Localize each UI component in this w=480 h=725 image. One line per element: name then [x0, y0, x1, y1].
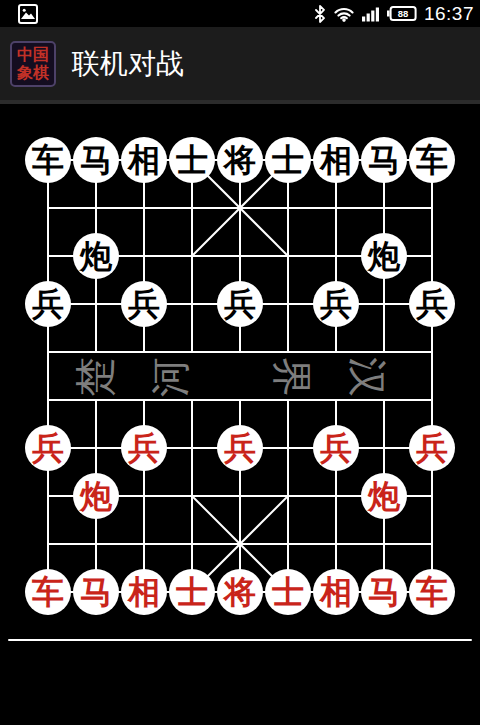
red-piece-r[interactable]: 车: [25, 569, 71, 615]
status-bar: 88 16:37: [0, 0, 480, 27]
board-point[interactable]: [120, 184, 168, 232]
board-point[interactable]: [168, 376, 216, 424]
piece-grid: 车马相士将士相马车炮炮兵兵兵兵兵兵兵兵兵兵炮炮车马相士将士相马车: [24, 136, 456, 616]
board-point[interactable]: 车: [24, 568, 72, 616]
board-point[interactable]: 兵: [408, 280, 456, 328]
app-icon-text-bottom: 象棋: [17, 64, 49, 82]
board-point[interactable]: [120, 232, 168, 280]
black-piece-p[interactable]: 兵: [313, 281, 359, 327]
board-point[interactable]: [264, 376, 312, 424]
page-title: 联机对战: [72, 45, 184, 83]
signal-icon: [362, 5, 380, 22]
red-piece-p[interactable]: 兵: [25, 425, 71, 471]
board-point[interactable]: [360, 424, 408, 472]
board-point[interactable]: 车: [408, 136, 456, 184]
black-piece-p[interactable]: 兵: [121, 281, 167, 327]
board-point[interactable]: [360, 376, 408, 424]
board-point[interactable]: [264, 520, 312, 568]
red-piece-k[interactable]: 将: [217, 569, 263, 615]
board-point[interactable]: [216, 184, 264, 232]
gallery-notification-icon: [18, 4, 38, 24]
board-point[interactable]: 相: [120, 568, 168, 616]
black-piece-c[interactable]: 炮: [73, 233, 119, 279]
red-piece-p[interactable]: 兵: [313, 425, 359, 471]
board-point[interactable]: 兵: [24, 424, 72, 472]
board-point[interactable]: 车: [24, 136, 72, 184]
board-point[interactable]: 兵: [312, 280, 360, 328]
board-point[interactable]: [72, 520, 120, 568]
red-piece-p[interactable]: 兵: [217, 425, 263, 471]
board-point[interactable]: 炮: [72, 472, 120, 520]
app-icon-text-top: 中国: [17, 46, 49, 64]
black-piece-r[interactable]: 车: [25, 137, 71, 183]
board-point[interactable]: [408, 376, 456, 424]
board-point[interactable]: [216, 232, 264, 280]
board-point[interactable]: [408, 232, 456, 280]
red-piece-r[interactable]: 车: [409, 569, 455, 615]
board-point[interactable]: [168, 280, 216, 328]
board-point[interactable]: [120, 520, 168, 568]
red-piece-n[interactable]: 马: [73, 569, 119, 615]
board-point[interactable]: 炮: [72, 232, 120, 280]
black-piece-r[interactable]: 车: [409, 137, 455, 183]
board-point[interactable]: [168, 232, 216, 280]
board-point[interactable]: [264, 280, 312, 328]
board-point[interactable]: [120, 472, 168, 520]
clock: 16:37: [424, 3, 474, 25]
black-piece-a[interactable]: 士: [169, 137, 215, 183]
board-point[interactable]: 炮: [360, 472, 408, 520]
board-point[interactable]: [72, 184, 120, 232]
board-point[interactable]: [312, 472, 360, 520]
red-piece-a[interactable]: 士: [265, 569, 311, 615]
battery-icon: 88: [387, 5, 417, 22]
board-point[interactable]: [216, 520, 264, 568]
board-point[interactable]: [360, 520, 408, 568]
board-point[interactable]: [264, 184, 312, 232]
board-point[interactable]: [312, 376, 360, 424]
board-point[interactable]: 兵: [312, 424, 360, 472]
board-point[interactable]: [408, 184, 456, 232]
board-point[interactable]: 马: [360, 136, 408, 184]
black-piece-p[interactable]: 兵: [217, 281, 263, 327]
board-point[interactable]: [312, 232, 360, 280]
board-point[interactable]: [312, 520, 360, 568]
red-piece-c[interactable]: 炮: [361, 473, 407, 519]
board-point[interactable]: [168, 472, 216, 520]
board-point[interactable]: 士: [264, 136, 312, 184]
red-piece-b[interactable]: 相: [313, 569, 359, 615]
board-point[interactable]: [264, 232, 312, 280]
black-piece-p[interactable]: 兵: [409, 281, 455, 327]
board-point[interactable]: 将: [216, 136, 264, 184]
board-point[interactable]: [216, 328, 264, 376]
black-piece-n[interactable]: 马: [361, 137, 407, 183]
board-point[interactable]: [72, 328, 120, 376]
board-point[interactable]: 兵: [216, 424, 264, 472]
board-point[interactable]: 炮: [360, 232, 408, 280]
board-point[interactable]: [360, 184, 408, 232]
board-point[interactable]: 相: [120, 136, 168, 184]
black-piece-c[interactable]: 炮: [361, 233, 407, 279]
board-point[interactable]: [72, 376, 120, 424]
board-point[interactable]: 马: [72, 136, 120, 184]
board-point[interactable]: 士: [168, 568, 216, 616]
black-piece-p[interactable]: 兵: [25, 281, 71, 327]
board-point[interactable]: [312, 184, 360, 232]
board-point[interactable]: [312, 328, 360, 376]
board-point[interactable]: 士: [264, 568, 312, 616]
board-point[interactable]: [120, 328, 168, 376]
red-piece-c[interactable]: 炮: [73, 473, 119, 519]
board-point[interactable]: 兵: [120, 280, 168, 328]
board-point[interactable]: [216, 376, 264, 424]
board-point[interactable]: 兵: [120, 424, 168, 472]
board-point[interactable]: [120, 376, 168, 424]
xiangqi-board[interactable]: 车马相士将士相马车炮炮兵兵兵兵兵兵兵兵兵兵炮炮车马相士将士相马车 楚河界汉: [0, 108, 480, 725]
red-piece-a[interactable]: 士: [169, 569, 215, 615]
board-point[interactable]: 马: [360, 568, 408, 616]
board-point[interactable]: 相: [312, 568, 360, 616]
board-point[interactable]: [360, 328, 408, 376]
bottom-divider: [8, 639, 472, 641]
red-piece-n[interactable]: 马: [361, 569, 407, 615]
red-piece-b[interactable]: 相: [121, 569, 167, 615]
board-point[interactable]: [168, 184, 216, 232]
app-icon: 中国 象棋: [10, 41, 56, 87]
board-point[interactable]: [408, 472, 456, 520]
board-point[interactable]: [72, 424, 120, 472]
board-point[interactable]: [168, 424, 216, 472]
bluetooth-icon: [314, 5, 326, 23]
wifi-icon: [333, 5, 355, 22]
black-piece-a[interactable]: 士: [265, 137, 311, 183]
board-point[interactable]: [360, 280, 408, 328]
board-point[interactable]: [168, 520, 216, 568]
board-point[interactable]: 相: [312, 136, 360, 184]
battery-level-text: 88: [398, 8, 409, 19]
board-point[interactable]: [168, 328, 216, 376]
black-piece-b[interactable]: 相: [313, 137, 359, 183]
app-bar: 中国 象棋 联机对战: [0, 27, 480, 104]
board-point[interactable]: [24, 376, 72, 424]
board-point[interactable]: [24, 520, 72, 568]
board-point[interactable]: [24, 184, 72, 232]
board-point[interactable]: [408, 328, 456, 376]
board-point[interactable]: [264, 328, 312, 376]
board-point[interactable]: 将: [216, 568, 264, 616]
board-point[interactable]: [408, 520, 456, 568]
board-point[interactable]: [24, 472, 72, 520]
board-point[interactable]: [216, 472, 264, 520]
screen: 88 16:37 中国 象棋 联机对战 车马相士将士相马车炮炮兵兵兵兵兵兵兵兵兵…: [0, 0, 480, 725]
black-piece-k[interactable]: 将: [217, 137, 263, 183]
black-piece-b[interactable]: 相: [121, 137, 167, 183]
board-point[interactable]: [264, 472, 312, 520]
board-point[interactable]: 士: [168, 136, 216, 184]
black-piece-n[interactable]: 马: [73, 137, 119, 183]
board-point[interactable]: 车: [408, 568, 456, 616]
red-piece-p[interactable]: 兵: [121, 425, 167, 471]
board-point[interactable]: 兵: [216, 280, 264, 328]
board-point[interactable]: [264, 424, 312, 472]
board-point[interactable]: 兵: [408, 424, 456, 472]
board-point[interactable]: [24, 232, 72, 280]
board-point[interactable]: 马: [72, 568, 120, 616]
board-point[interactable]: 兵: [24, 280, 72, 328]
board-point[interactable]: [24, 328, 72, 376]
board-point[interactable]: [72, 280, 120, 328]
red-piece-p[interactable]: 兵: [409, 425, 455, 471]
